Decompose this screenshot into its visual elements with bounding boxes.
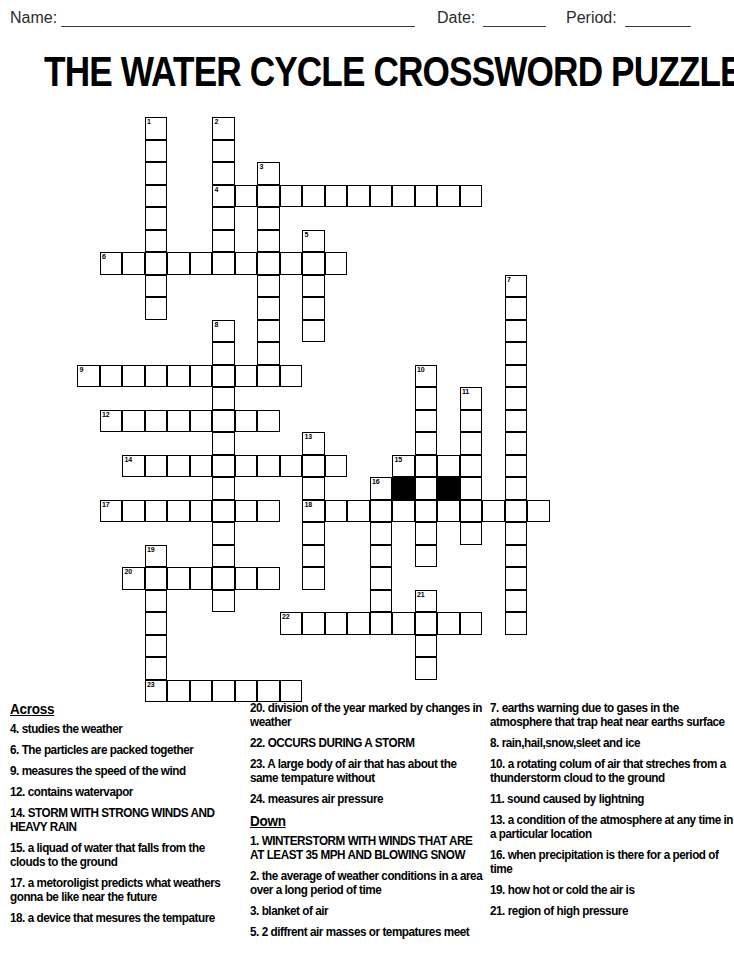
grid-cell[interactable] <box>325 500 348 523</box>
grid-cell[interactable] <box>257 500 280 523</box>
grid-cell[interactable] <box>145 140 168 163</box>
cell-number: 21 <box>417 591 424 599</box>
cell-number: 7 <box>507 276 511 284</box>
grid-cell[interactable] <box>190 567 213 590</box>
grid-cell[interactable] <box>257 185 280 208</box>
grid-cell[interactable] <box>212 140 235 163</box>
grid-cell[interactable] <box>257 567 280 590</box>
grid-cell[interactable] <box>415 387 438 410</box>
clue-across-18: 18. a device that mesures the tempature <box>10 911 240 925</box>
grid-cell[interactable] <box>505 477 528 500</box>
clue-column-down: 7. earths warning due to gases in the at… <box>490 701 734 925</box>
clue-down-21: 21. region of high pressure <box>490 904 734 918</box>
cell-number: 6 <box>102 253 106 261</box>
clue-across-4: 4. studies the weather <box>10 722 240 736</box>
clue-across-22: 22. OCCURS DURING A STORM <box>250 736 484 750</box>
grid-cell[interactable] <box>415 657 438 680</box>
grid-cell[interactable] <box>212 342 235 365</box>
grid-cell[interactable] <box>415 522 438 545</box>
grid-cell[interactable] <box>370 185 393 208</box>
grid-cell[interactable] <box>235 500 258 523</box>
grid-cell[interactable] <box>145 275 168 298</box>
grid-cell[interactable] <box>212 522 235 545</box>
grid-cell[interactable] <box>212 410 235 433</box>
grid-cell[interactable] <box>167 567 190 590</box>
cell-number: 10 <box>417 366 424 374</box>
page-title: THE WATER CYCLE CROSSWORD PUZZLE <box>44 48 690 93</box>
grid-cell[interactable] <box>257 342 280 365</box>
grid-cell[interactable] <box>302 545 325 568</box>
grid-cell[interactable] <box>392 612 415 635</box>
grid-cell[interactable] <box>460 432 483 455</box>
cell-number: 4 <box>215 186 219 194</box>
grid-cell[interactable] <box>190 680 213 703</box>
grid-cell[interactable] <box>505 297 528 320</box>
grid-cell[interactable]: 1 <box>145 117 168 140</box>
grid-cell[interactable] <box>235 567 258 590</box>
clue-across-12: 12. contains watervapor <box>10 785 240 799</box>
grid-cell[interactable] <box>505 387 528 410</box>
grid-cell[interactable] <box>122 500 145 523</box>
clue-across-23: 23. A large body of air that has about t… <box>250 757 484 785</box>
cell-number: 12 <box>102 411 109 419</box>
grid-cell[interactable] <box>235 365 258 388</box>
grid-cell[interactable] <box>460 522 483 545</box>
clue-across-24: 24. measures air pressure <box>250 792 484 806</box>
grid-cell[interactable] <box>460 477 483 500</box>
grid-cell[interactable] <box>212 477 235 500</box>
grid-cell[interactable] <box>415 612 438 635</box>
grid-cell[interactable] <box>302 567 325 590</box>
cell-number: 1 <box>147 118 151 126</box>
grid-cell[interactable] <box>280 680 303 703</box>
grid-cell[interactable]: 16 <box>370 477 393 500</box>
grid-cell[interactable] <box>145 297 168 320</box>
grid-cell[interactable]: 9 <box>77 365 100 388</box>
clue-down-19: 19. how hot or cold the air is <box>490 883 734 897</box>
grid-cell[interactable] <box>167 365 190 388</box>
grid-cell[interactable] <box>415 432 438 455</box>
grid-cell[interactable] <box>280 455 303 478</box>
grid-cell[interactable] <box>190 500 213 523</box>
grid-cell[interactable] <box>347 185 370 208</box>
grid-cell[interactable] <box>415 410 438 433</box>
grid-cell[interactable] <box>415 455 438 478</box>
grid-cell[interactable] <box>145 657 168 680</box>
grid-cell[interactable] <box>325 185 348 208</box>
period-input-line[interactable] <box>625 8 691 27</box>
grid-cell[interactable] <box>167 455 190 478</box>
grid-cell[interactable] <box>347 612 370 635</box>
clue-down-11: 11. sound caused by lightning <box>490 792 734 806</box>
clue-across-15: 15. a liquad of water that falls from th… <box>10 841 240 869</box>
grid-cell[interactable] <box>167 680 190 703</box>
cell-number: 5 <box>305 231 309 239</box>
grid-cell[interactable] <box>505 455 528 478</box>
clue-down-5: 5. 2 diffrent air masses or tempatures m… <box>250 925 484 939</box>
grid-cell[interactable] <box>437 185 460 208</box>
grid-cell[interactable]: 13 <box>302 432 325 455</box>
grid-cell[interactable] <box>370 545 393 568</box>
grid-cell[interactable]: 3 <box>257 162 280 185</box>
grid-cell[interactable]: 7 <box>505 275 528 298</box>
grid-cell[interactable]: 18 <box>302 500 325 523</box>
grid-cell[interactable] <box>212 387 235 410</box>
grid-cell[interactable]: 10 <box>415 365 438 388</box>
cell-number: 2 <box>215 118 219 126</box>
grid-cell[interactable] <box>505 567 528 590</box>
grid-cell[interactable] <box>527 500 550 523</box>
grid-cell[interactable] <box>415 545 438 568</box>
name-input-line[interactable] <box>61 8 415 27</box>
grid-cell[interactable] <box>190 252 213 275</box>
grid-cell[interactable] <box>415 185 438 208</box>
cell-number: 11 <box>462 388 469 396</box>
grid-cell[interactable] <box>257 365 280 388</box>
date-input-line[interactable] <box>483 8 546 27</box>
grid-cell[interactable] <box>190 455 213 478</box>
cell-number: 17 <box>102 501 109 509</box>
grid-cell[interactable] <box>212 680 235 703</box>
grid-cell[interactable]: 6 <box>100 252 123 275</box>
grid-cell[interactable] <box>437 500 460 523</box>
grid-cell[interactable] <box>257 252 280 275</box>
period-label: Period: <box>566 6 617 30</box>
black-cell <box>437 477 460 500</box>
grid-cell[interactable] <box>212 500 235 523</box>
grid-cell[interactable] <box>235 185 258 208</box>
header-fields: Name: Date: Period: <box>0 6 734 32</box>
grid-cell[interactable] <box>325 612 348 635</box>
grid-cell[interactable] <box>122 252 145 275</box>
grid-cell[interactable] <box>302 522 325 545</box>
grid-cell[interactable] <box>145 207 168 230</box>
grid-cell[interactable] <box>370 500 393 523</box>
grid-cell[interactable] <box>167 410 190 433</box>
crossword-grid: 1234567891011121314151617181920212223 <box>77 117 550 703</box>
cell-number: 14 <box>125 456 132 464</box>
cell-number: 23 <box>147 681 154 689</box>
cell-number: 15 <box>395 456 402 464</box>
grid-cell[interactable] <box>190 410 213 433</box>
grid-cell[interactable] <box>347 500 370 523</box>
grid-cell[interactable]: 5 <box>302 230 325 253</box>
grid-cell[interactable] <box>212 252 235 275</box>
grid-cell[interactable] <box>145 365 168 388</box>
grid-cell[interactable] <box>325 252 348 275</box>
grid-cell[interactable] <box>257 207 280 230</box>
cell-number: 8 <box>215 321 219 329</box>
grid-cell[interactable]: 20 <box>122 567 145 590</box>
grid-cell[interactable] <box>212 590 235 613</box>
grid-cell[interactable] <box>257 275 280 298</box>
cell-number: 20 <box>125 568 132 576</box>
across-header: Across <box>10 701 240 717</box>
grid-cell[interactable] <box>257 320 280 343</box>
clue-down-2: 2. the average of weather conditions in … <box>250 869 484 897</box>
grid-cell[interactable] <box>122 365 145 388</box>
grid-cell[interactable] <box>302 185 325 208</box>
grid-cell[interactable] <box>325 455 348 478</box>
worksheet-page: Name: Date: Period: THE WATER CYCLE CROS… <box>0 0 734 973</box>
grid-cell[interactable] <box>145 162 168 185</box>
grid-cell[interactable] <box>460 455 483 478</box>
grid-cell[interactable] <box>145 455 168 478</box>
grid-cell[interactable] <box>100 365 123 388</box>
grid-cell[interactable]: 17 <box>100 500 123 523</box>
grid-cell[interactable]: 12 <box>100 410 123 433</box>
grid-cell[interactable] <box>145 252 168 275</box>
grid-cell[interactable] <box>505 432 528 455</box>
grid-cell[interactable] <box>212 207 235 230</box>
grid-cell[interactable] <box>370 522 393 545</box>
grid-cell[interactable] <box>302 320 325 343</box>
grid-cell[interactable] <box>280 252 303 275</box>
grid-cell[interactable]: 8 <box>212 320 235 343</box>
grid-cell[interactable] <box>505 410 528 433</box>
clue-column-across: Across4. studies the weather6. The parti… <box>10 701 240 932</box>
grid-cell[interactable] <box>257 230 280 253</box>
grid-cell[interactable] <box>212 545 235 568</box>
grid-cell[interactable] <box>145 185 168 208</box>
grid-cell[interactable] <box>212 230 235 253</box>
grid-cell[interactable] <box>302 455 325 478</box>
grid-cell[interactable]: 4 <box>212 185 235 208</box>
grid-cell[interactable] <box>505 545 528 568</box>
grid-cell[interactable] <box>280 185 303 208</box>
grid-cell[interactable] <box>145 567 168 590</box>
grid-cell[interactable] <box>257 410 280 433</box>
grid-cell[interactable]: 15 <box>392 455 415 478</box>
grid-cell[interactable] <box>212 455 235 478</box>
clue-across-6: 6. The particles are packed together <box>10 743 240 757</box>
grid-cell[interactable]: 14 <box>122 455 145 478</box>
grid-cell[interactable] <box>437 455 460 478</box>
black-cell <box>392 477 415 500</box>
grid-cell[interactable] <box>415 635 438 658</box>
clue-down-7: 7. earths warning due to gases in the at… <box>490 701 734 729</box>
cell-number: 13 <box>305 433 312 441</box>
grid-cell[interactable] <box>145 230 168 253</box>
grid-cell[interactable] <box>505 590 528 613</box>
grid-cell[interactable] <box>437 612 460 635</box>
grid-cell[interactable] <box>145 635 168 658</box>
grid-cell[interactable] <box>505 365 528 388</box>
grid-cell[interactable] <box>370 612 393 635</box>
grid-cell[interactable] <box>145 410 168 433</box>
cell-number: 19 <box>147 546 154 554</box>
date-label: Date: <box>437 6 475 30</box>
grid-cell[interactable] <box>280 365 303 388</box>
grid-cell[interactable] <box>460 500 483 523</box>
grid-cell[interactable] <box>212 432 235 455</box>
grid-cell[interactable]: 21 <box>415 590 438 613</box>
clue-column-middle: 20. division of the year marked by chang… <box>250 701 484 946</box>
cell-number: 3 <box>260 163 264 171</box>
grid-cell[interactable] <box>212 567 235 590</box>
grid-cell[interactable] <box>505 342 528 365</box>
grid-cell[interactable] <box>392 185 415 208</box>
grid-cell[interactable]: 2 <box>212 117 235 140</box>
cell-number: 9 <box>80 366 84 374</box>
grid-cell[interactable] <box>212 365 235 388</box>
grid-cell[interactable]: 11 <box>460 387 483 410</box>
grid-cell[interactable] <box>482 500 505 523</box>
grid-cell[interactable] <box>302 252 325 275</box>
grid-cell[interactable] <box>190 365 213 388</box>
grid-cell[interactable] <box>235 680 258 703</box>
clue-across-20: 20. division of the year marked by chang… <box>250 701 484 729</box>
grid-cell[interactable] <box>302 297 325 320</box>
grid-cell[interactable] <box>415 500 438 523</box>
grid-cell[interactable] <box>235 410 258 433</box>
grid-cell[interactable] <box>167 500 190 523</box>
clue-down-3: 3. blanket of air <box>250 904 484 918</box>
grid-cell[interactable] <box>392 500 415 523</box>
grid-cell[interactable] <box>460 185 483 208</box>
grid-cell[interactable] <box>302 477 325 500</box>
clue-down-8: 8. rain,hail,snow,sleet and ice <box>490 736 734 750</box>
grid-cell[interactable] <box>460 410 483 433</box>
grid-cell[interactable] <box>145 612 168 635</box>
grid-cell[interactable] <box>212 162 235 185</box>
cell-number: 16 <box>372 478 379 486</box>
clue-down-13: 13. a condition of the atmosphere at any… <box>490 813 734 841</box>
grid-cell[interactable] <box>505 612 528 635</box>
grid-cell[interactable] <box>505 320 528 343</box>
grid-cell[interactable] <box>370 590 393 613</box>
grid-cell[interactable] <box>505 500 528 523</box>
cell-number: 18 <box>305 501 312 509</box>
down-header: Down <box>250 813 484 829</box>
clue-across-9: 9. measures the speed of the wind <box>10 764 240 778</box>
grid-cell[interactable] <box>302 612 325 635</box>
grid-cell[interactable] <box>302 275 325 298</box>
grid-cell[interactable] <box>505 522 528 545</box>
grid-cell[interactable]: 23 <box>145 680 168 703</box>
clue-across-17: 17. a metoroligist predicts what weather… <box>10 876 240 904</box>
grid-cell[interactable] <box>122 410 145 433</box>
grid-cell[interactable] <box>235 455 258 478</box>
grid-cell[interactable] <box>145 590 168 613</box>
cell-number: 22 <box>282 613 289 621</box>
grid-cell[interactable]: 22 <box>280 612 303 635</box>
grid-cell[interactable] <box>167 252 190 275</box>
grid-cell[interactable] <box>415 477 438 500</box>
clue-down-10: 10. a rotating colum of air that streche… <box>490 757 734 785</box>
grid-cell[interactable] <box>460 612 483 635</box>
clue-across-14: 14. STORM WITH STRONG WINDS AND HEAVY RA… <box>10 806 240 834</box>
grid-cell[interactable] <box>257 680 280 703</box>
clue-down-16: 16. when precipitation is there for a pe… <box>490 848 734 876</box>
grid-cell[interactable]: 19 <box>145 545 168 568</box>
name-label: Name: <box>10 6 57 30</box>
grid-cell[interactable] <box>257 455 280 478</box>
grid-cell[interactable] <box>370 567 393 590</box>
grid-cell[interactable] <box>235 252 258 275</box>
grid-cell[interactable] <box>145 500 168 523</box>
grid-cell[interactable] <box>257 297 280 320</box>
clue-down-1: 1. WINTERSTORM WITH WINDS THAT ARE AT LE… <box>250 834 484 862</box>
